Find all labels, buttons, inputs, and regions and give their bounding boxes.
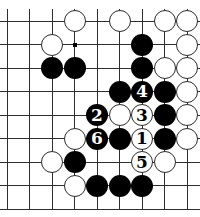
numbered-stone-2: 2 bbox=[86, 104, 108, 126]
stone bbox=[64, 57, 86, 79]
stone bbox=[64, 10, 86, 32]
numbered-stone-4: 4 bbox=[131, 81, 153, 103]
stone bbox=[131, 175, 153, 197]
stone bbox=[176, 34, 198, 56]
stone bbox=[86, 175, 108, 197]
stone bbox=[131, 34, 153, 56]
stone bbox=[176, 10, 198, 32]
stone bbox=[176, 81, 198, 103]
stone bbox=[64, 151, 86, 173]
stone bbox=[41, 57, 63, 79]
stone bbox=[109, 10, 131, 32]
stone bbox=[154, 151, 176, 173]
stone bbox=[109, 81, 131, 103]
stone bbox=[154, 10, 176, 32]
numbered-stone-3: 3 bbox=[131, 104, 153, 126]
stone bbox=[154, 81, 176, 103]
stone bbox=[109, 104, 131, 126]
star-point bbox=[73, 43, 77, 47]
stone bbox=[64, 128, 86, 150]
stone bbox=[109, 175, 131, 197]
numbered-stone-1: 1 bbox=[131, 128, 153, 150]
numbered-stone-5: 5 bbox=[131, 151, 153, 173]
stone bbox=[176, 128, 198, 150]
stone bbox=[109, 128, 131, 150]
stone bbox=[154, 128, 176, 150]
stone bbox=[154, 104, 176, 126]
numbered-stone-6: 6 bbox=[86, 128, 108, 150]
stone bbox=[176, 57, 198, 79]
stone bbox=[41, 34, 63, 56]
stones-grid: 423615 bbox=[0, 9, 198, 217]
stone bbox=[41, 151, 63, 173]
stone bbox=[64, 175, 86, 197]
stone bbox=[131, 57, 153, 79]
stone bbox=[154, 57, 176, 79]
stone bbox=[176, 104, 198, 126]
go-board: 423615 bbox=[0, 0, 200, 217]
